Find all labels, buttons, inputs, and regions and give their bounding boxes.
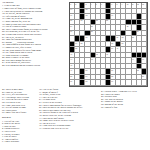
cell-number: 6 bbox=[101, 3, 102, 5]
cell-number: 54 bbox=[86, 75, 88, 77]
cell-number: 26 bbox=[127, 25, 129, 27]
cell-number: 42 bbox=[96, 53, 98, 55]
cell-number: 30 bbox=[86, 36, 88, 38]
cell-number: 18 bbox=[86, 14, 88, 16]
cell-number: 31 bbox=[116, 36, 118, 38]
clue-line: 37. Principle one tries to live by bbox=[39, 127, 96, 130]
down-clue-list-1: 1. Fruit of the vine2. Solo at the opera… bbox=[2, 120, 37, 143]
cell-number: 33 bbox=[132, 36, 134, 38]
cell-number: 1 bbox=[70, 3, 71, 5]
down-clues-column-middle: 10. Line at the finish11. Image of onese… bbox=[39, 88, 96, 130]
cell-number: 17 bbox=[70, 14, 72, 16]
cell-number: 27 bbox=[70, 30, 72, 32]
cell-number: 15 bbox=[86, 8, 88, 10]
cell-number: 46 bbox=[132, 58, 134, 60]
cell-number: 59 bbox=[111, 80, 113, 82]
cell-number: 14 bbox=[70, 8, 72, 10]
cell-number: 55 bbox=[111, 75, 113, 77]
cell-number: 37 bbox=[122, 42, 124, 44]
cell-number: 43 bbox=[106, 53, 108, 55]
cell-number: 36 bbox=[111, 42, 113, 44]
cell-number: 35 bbox=[80, 42, 82, 44]
crossword-grid: 1234567891011121314151617181920212223242… bbox=[69, 2, 148, 87]
cell-number: 34 bbox=[75, 42, 77, 44]
down-clues-column-right: 41. Garden where Adam and Eve lived42. C… bbox=[101, 90, 147, 108]
cell-number: 53 bbox=[70, 75, 72, 77]
cell-number: 25 bbox=[91, 25, 93, 27]
down-clue-list-2: 10. Line at the finish11. Image of onese… bbox=[39, 88, 96, 130]
cell-number: 20 bbox=[70, 19, 72, 21]
cell-number: 40 bbox=[116, 47, 118, 49]
cell-number: 5 bbox=[96, 3, 97, 5]
cell-number: 44 bbox=[70, 58, 72, 60]
cell-number: 51 bbox=[111, 69, 113, 71]
cell-number: 8 bbox=[116, 3, 117, 5]
clue-line: 44. Kept going on and on without a break bbox=[2, 64, 52, 67]
cell-number: 57 bbox=[70, 80, 72, 82]
cell-number: 19 bbox=[111, 14, 113, 16]
cell-number: 29 bbox=[137, 30, 139, 32]
cell-number: 24 bbox=[70, 25, 72, 27]
cell-number: 16 bbox=[111, 8, 113, 10]
across-clue-list-top: 1. Gem weight unit3. Small taste of food… bbox=[2, 4, 52, 66]
cell-number: 50 bbox=[86, 69, 88, 71]
grid-cell bbox=[142, 80, 147, 86]
cell-number: 11 bbox=[132, 3, 134, 5]
cell-number: 21 bbox=[80, 19, 82, 21]
down-clue-list-3: 41. Garden where Adam and Eve lived42. C… bbox=[101, 90, 147, 108]
cell-number: 41 bbox=[70, 53, 72, 55]
cell-number: 9 bbox=[122, 3, 123, 5]
cell-number: 49 bbox=[70, 69, 72, 71]
cell-number: 52 bbox=[137, 69, 139, 71]
cell-number: 12 bbox=[137, 3, 139, 5]
cell-number: 48 bbox=[70, 64, 72, 66]
cell-number: 3 bbox=[86, 3, 87, 5]
clue-line: 56. Eggs of a fish bbox=[101, 106, 147, 109]
crossword-puzzle-page: ACROSS 1. Gem weight unit3. Small taste … bbox=[0, 0, 150, 150]
cell-number: 23 bbox=[106, 19, 108, 21]
cell-number: 58 bbox=[86, 80, 88, 82]
cell-number: 47 bbox=[142, 58, 144, 60]
cell-number: 10 bbox=[127, 3, 129, 5]
cell-number: 56 bbox=[142, 75, 144, 77]
cell-number: 38 bbox=[75, 47, 77, 49]
clue-line: 9. Times in history bbox=[2, 140, 37, 143]
cell-number: 39 bbox=[111, 47, 113, 49]
cell-number: 32 bbox=[122, 36, 124, 38]
across-clues-column: ACROSS 1. Gem weight unit3. Small taste … bbox=[2, 1, 52, 67]
cell-number: 7 bbox=[111, 3, 112, 5]
cell-number: 13 bbox=[142, 3, 144, 5]
cell-number: 28 bbox=[91, 30, 93, 32]
cell-number: 45 bbox=[91, 58, 93, 60]
cell-number: 4 bbox=[91, 3, 92, 5]
left-bottom-clues-column: 48. Voted in once more49. Gone by, as ye… bbox=[2, 88, 37, 143]
cell-number: 22 bbox=[96, 19, 98, 21]
cell-number: 2 bbox=[75, 3, 76, 5]
across-clue-list-bottom: 48. Voted in once more49. Gone by, as ye… bbox=[2, 88, 37, 114]
